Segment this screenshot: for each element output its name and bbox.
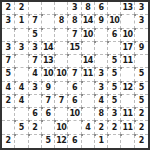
- cell-r2c9[interactable]: 10: [108, 15, 121, 28]
- cell-r5c4[interactable]: 13: [42, 55, 55, 68]
- cell-r11c3[interactable]: [29, 135, 42, 148]
- cell-r8c9[interactable]: 5: [108, 95, 121, 108]
- cell-r4c10[interactable]: 17: [121, 42, 134, 55]
- cell-r9c9[interactable]: 3: [108, 108, 121, 121]
- cell-r5c11[interactable]: [135, 55, 148, 68]
- cell-r1c1[interactable]: 2: [2, 2, 15, 15]
- cell-r5c6[interactable]: [68, 55, 81, 68]
- cell-r11c8[interactable]: 1: [95, 135, 108, 148]
- cell-r10c6[interactable]: [68, 121, 81, 134]
- cell-r9c2[interactable]: [15, 108, 28, 121]
- cell-r10c9[interactable]: 2: [108, 121, 121, 134]
- cell-r1c3[interactable]: [29, 2, 42, 15]
- cell-r3c10[interactable]: 10: [121, 29, 134, 42]
- cell-r6c10[interactable]: [121, 68, 134, 81]
- cell-r9c11[interactable]: 2: [135, 108, 148, 121]
- cell-r7c2[interactable]: 4: [15, 82, 28, 95]
- cell-r10c8[interactable]: 2: [95, 121, 108, 134]
- cell-r7c9[interactable]: 5: [108, 82, 121, 95]
- cell-r2c10[interactable]: [121, 15, 134, 28]
- cell-r4c6[interactable]: 15: [68, 42, 81, 55]
- cell-r6c8[interactable]: 3: [95, 68, 108, 81]
- cell-r1c10[interactable]: 13: [121, 2, 134, 15]
- cell-r10c3[interactable]: 2: [29, 121, 42, 134]
- cell-r8c7[interactable]: [82, 95, 95, 108]
- cell-r8c4[interactable]: 7: [42, 95, 55, 108]
- cell-r11c7[interactable]: [82, 135, 95, 148]
- cell-r1c9[interactable]: [108, 2, 121, 15]
- cell-r6c6[interactable]: 7: [68, 68, 81, 81]
- cell-r9c6[interactable]: 10: [68, 108, 81, 121]
- cell-r8c6[interactable]: 6: [68, 95, 81, 108]
- cell-r5c9[interactable]: 5: [108, 55, 121, 68]
- cell-r6c4[interactable]: 10: [42, 68, 55, 81]
- cell-r3c7[interactable]: 10: [82, 29, 95, 42]
- cell-r4c8[interactable]: [95, 42, 108, 55]
- cell-r7c8[interactable]: 3: [95, 82, 108, 95]
- cell-r7c4[interactable]: 9: [42, 82, 55, 95]
- cell-r10c2[interactable]: 5: [15, 121, 28, 134]
- cell-r3c4[interactable]: [42, 29, 55, 42]
- cell-r11c5[interactable]: 12: [55, 135, 68, 148]
- cell-r6c5[interactable]: 10: [55, 68, 68, 81]
- cell-r2c1[interactable]: 3: [2, 15, 15, 28]
- cell-r9c5[interactable]: [55, 108, 68, 121]
- cell-r11c11[interactable]: 2: [135, 135, 148, 148]
- cell-r1c7[interactable]: 8: [82, 2, 95, 15]
- cell-r11c2[interactable]: [15, 135, 28, 148]
- cell-r7c5[interactable]: [55, 82, 68, 95]
- cell-r10c4[interactable]: [42, 121, 55, 134]
- cell-r1c2[interactable]: 2: [15, 2, 28, 15]
- cell-r10c7[interactable]: 4: [82, 121, 95, 134]
- cell-r1c8[interactable]: 6: [95, 2, 108, 15]
- cell-r5c3[interactable]: 7: [29, 55, 42, 68]
- cell-r3c3[interactable]: 5: [29, 29, 42, 42]
- cell-r11c1[interactable]: 2: [2, 135, 15, 148]
- cell-r9c10[interactable]: 11: [121, 108, 134, 121]
- cell-r5c8[interactable]: [95, 55, 108, 68]
- cell-r4c3[interactable]: 3: [29, 42, 42, 55]
- cell-r10c10[interactable]: 11: [121, 121, 134, 134]
- cell-r10c1[interactable]: [2, 121, 15, 134]
- cell-r2c11[interactable]: 3: [135, 15, 148, 28]
- cell-r8c8[interactable]: 4: [95, 95, 108, 108]
- cell-r7c7[interactable]: [82, 82, 95, 95]
- cell-r5c1[interactable]: 7: [2, 55, 15, 68]
- cell-r3c9[interactable]: 6: [108, 29, 121, 42]
- cell-r9c3[interactable]: 6: [29, 108, 42, 121]
- fillomino-board: 2238613331788149103571061033314151797713…: [0, 0, 150, 150]
- cell-r7c6[interactable]: 6: [68, 82, 81, 95]
- cell-r8c10[interactable]: [121, 95, 134, 108]
- cell-r4c2[interactable]: 3: [15, 42, 28, 55]
- cell-r1c11[interactable]: 3: [135, 2, 148, 15]
- cell-r3c5[interactable]: [55, 29, 68, 42]
- cell-r6c1[interactable]: 5: [2, 68, 15, 81]
- cell-r7c1[interactable]: 4: [2, 82, 15, 95]
- cell-r8c3[interactable]: [29, 95, 42, 108]
- cell-r11c6[interactable]: 6: [68, 135, 81, 148]
- cell-r2c3[interactable]: 7: [29, 15, 42, 28]
- cell-r6c2[interactable]: [15, 68, 28, 81]
- cell-r6c7[interactable]: 11: [82, 68, 95, 81]
- cell-r10c5[interactable]: 10: [55, 121, 68, 134]
- cell-r10c11[interactable]: 2: [135, 121, 148, 134]
- cell-r3c6[interactable]: 7: [68, 29, 81, 42]
- cell-r4c1[interactable]: 3: [2, 42, 15, 55]
- cell-r3c11[interactable]: [135, 29, 148, 42]
- cell-r11c10[interactable]: [121, 135, 134, 148]
- cell-r9c4[interactable]: 6: [42, 108, 55, 121]
- cell-r6c9[interactable]: 5: [108, 68, 121, 81]
- cell-r1c6[interactable]: 3: [68, 2, 81, 15]
- cell-r8c5[interactable]: 7: [55, 95, 68, 108]
- cell-r5c7[interactable]: 14: [82, 55, 95, 68]
- cell-r4c11[interactable]: 9: [135, 42, 148, 55]
- cell-r9c7[interactable]: [82, 108, 95, 121]
- cell-r5c2[interactable]: [15, 55, 28, 68]
- cell-r1c5[interactable]: [55, 2, 68, 15]
- cell-r9c8[interactable]: 8: [95, 108, 108, 121]
- cell-r6c11[interactable]: 5: [135, 68, 148, 81]
- cell-r4c4[interactable]: 14: [42, 42, 55, 55]
- cell-r6c3[interactable]: 4: [29, 68, 42, 81]
- cell-r8c1[interactable]: 2: [2, 95, 15, 108]
- cell-r3c2[interactable]: [15, 29, 28, 42]
- cell-r7c10[interactable]: 12: [121, 82, 134, 95]
- cell-r7c3[interactable]: 3: [29, 82, 42, 95]
- cell-r8c11[interactable]: 5: [135, 95, 148, 108]
- cell-r2c2[interactable]: 1: [15, 15, 28, 28]
- cell-r3c1[interactable]: [2, 29, 15, 42]
- cell-r1c4[interactable]: [42, 2, 55, 15]
- cell-r2c5[interactable]: 8: [55, 15, 68, 28]
- cell-r4c9[interactable]: [108, 42, 121, 55]
- cell-r11c9[interactable]: [108, 135, 121, 148]
- cell-r5c5[interactable]: [55, 55, 68, 68]
- cell-r2c7[interactable]: 14: [82, 15, 95, 28]
- cell-r3c8[interactable]: [95, 29, 108, 42]
- cell-r8c2[interactable]: 4: [15, 95, 28, 108]
- cell-r4c5[interactable]: [55, 42, 68, 55]
- cell-r7c11[interactable]: 5: [135, 82, 148, 95]
- cell-r2c6[interactable]: 8: [68, 15, 81, 28]
- cell-r9c1[interactable]: [2, 108, 15, 121]
- cell-r2c8[interactable]: 9: [95, 15, 108, 28]
- cell-r2c4[interactable]: [42, 15, 55, 28]
- cell-r11c4[interactable]: 5: [42, 135, 55, 148]
- cell-r4c7[interactable]: [82, 42, 95, 55]
- cell-r5c10[interactable]: 11: [121, 55, 134, 68]
